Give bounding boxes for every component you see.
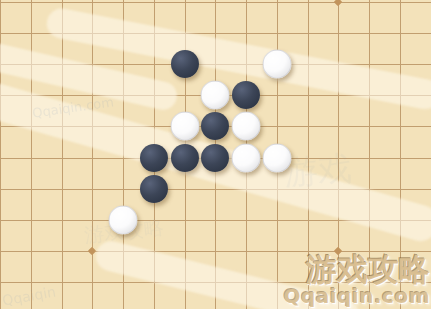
black-stone xyxy=(140,144,168,172)
white-stone xyxy=(232,112,261,141)
black-stone xyxy=(232,81,260,109)
white-stone xyxy=(262,50,291,79)
white-stone xyxy=(109,205,138,234)
gomoku-board: Qqaiqin.com游戏游戏攻略Qqaiqin 游戏攻略 Qqaiqin.co… xyxy=(0,0,431,309)
black-stone xyxy=(171,50,199,78)
black-stone xyxy=(140,175,168,203)
black-stone xyxy=(171,144,199,172)
white-stone xyxy=(201,81,230,110)
white-stone xyxy=(232,143,261,172)
white-stone xyxy=(170,112,199,141)
stones-layer xyxy=(0,0,431,309)
black-stone xyxy=(201,144,229,172)
black-stone xyxy=(201,112,229,140)
white-stone xyxy=(262,143,291,172)
